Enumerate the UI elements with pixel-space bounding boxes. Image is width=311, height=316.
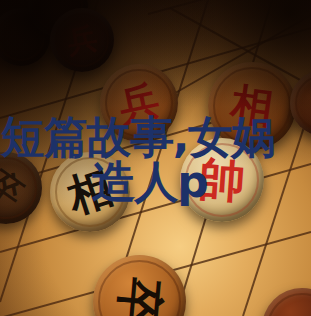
xiangqi-piece-red-soldier-dim: 兵 (50, 8, 114, 72)
caption-line-1: 短篇故事,女娲 (0, 114, 293, 159)
caption-overlay: 短篇故事,女娲 造人p (0, 114, 311, 204)
xiangqi-photo-scene: 兵 兵 相 帥 相 卒 卒 短篇故事,女娲 造人p (0, 0, 311, 316)
piece-character: 兵 (65, 23, 100, 58)
piece-character: 卒 (113, 275, 165, 316)
board-rank-line (148, 0, 311, 14)
caption-line-2: 造人p (0, 159, 305, 204)
